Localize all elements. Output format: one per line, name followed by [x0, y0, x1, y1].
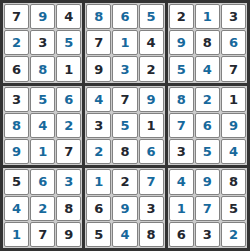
- cell-r6c8[interactable]: 5: [195, 139, 220, 164]
- cell-r6c9[interactable]: 4: [221, 139, 246, 164]
- cell-r6c4[interactable]: 2: [86, 139, 111, 164]
- cell-r8c1[interactable]: 4: [4, 196, 29, 221]
- cell-r9c7[interactable]: 6: [169, 222, 194, 247]
- cell-r5c9[interactable]: 9: [221, 113, 246, 138]
- cell-r5c8[interactable]: 6: [195, 113, 220, 138]
- cell-r6c3[interactable]: 7: [56, 139, 81, 164]
- sudoku-box-1: 794235681: [3, 3, 82, 83]
- cell-r1c4[interactable]: 8: [86, 4, 111, 29]
- cell-r8c5[interactable]: 9: [112, 196, 137, 221]
- cell-r8c6[interactable]: 3: [139, 196, 164, 221]
- cell-r8c2[interactable]: 2: [30, 196, 55, 221]
- cell-r2c3[interactable]: 5: [56, 30, 81, 55]
- cell-r1c7[interactable]: 2: [169, 4, 194, 29]
- cell-r6c2[interactable]: 1: [30, 139, 55, 164]
- cell-r7c9[interactable]: 8: [221, 169, 246, 194]
- cell-r5c7[interactable]: 7: [169, 113, 194, 138]
- cell-r4c6[interactable]: 9: [139, 87, 164, 112]
- cell-r9c6[interactable]: 8: [139, 222, 164, 247]
- cell-r4c9[interactable]: 1: [221, 87, 246, 112]
- cell-r9c8[interactable]: 3: [195, 222, 220, 247]
- sudoku-box-7: 563428179: [3, 168, 82, 248]
- cell-r8c3[interactable]: 8: [56, 196, 81, 221]
- cell-r9c1[interactable]: 1: [4, 222, 29, 247]
- cell-r4c8[interactable]: 2: [195, 87, 220, 112]
- cell-r9c9[interactable]: 2: [221, 222, 246, 247]
- cell-r2c4[interactable]: 7: [86, 30, 111, 55]
- cell-r8c7[interactable]: 1: [169, 196, 194, 221]
- sudoku-box-5: 479351286: [85, 86, 164, 166]
- cell-r2c9[interactable]: 6: [221, 30, 246, 55]
- cell-r6c7[interactable]: 3: [169, 139, 194, 164]
- cell-r3c5[interactable]: 3: [112, 56, 137, 81]
- cell-r2c1[interactable]: 2: [4, 30, 29, 55]
- cell-r5c5[interactable]: 5: [112, 113, 137, 138]
- cell-r5c3[interactable]: 2: [56, 113, 81, 138]
- cell-r3c7[interactable]: 5: [169, 56, 194, 81]
- cell-r2c7[interactable]: 9: [169, 30, 194, 55]
- cell-r9c4[interactable]: 5: [86, 222, 111, 247]
- cell-r9c3[interactable]: 9: [56, 222, 81, 247]
- cell-r7c3[interactable]: 3: [56, 169, 81, 194]
- cell-r2c2[interactable]: 3: [30, 30, 55, 55]
- cell-r3c2[interactable]: 8: [30, 56, 55, 81]
- cell-r1c9[interactable]: 3: [221, 4, 246, 29]
- cell-r9c2[interactable]: 7: [30, 222, 55, 247]
- sudoku-box-9: 498175632: [168, 168, 247, 248]
- cell-r3c4[interactable]: 9: [86, 56, 111, 81]
- cell-r3c9[interactable]: 7: [221, 56, 246, 81]
- cell-r1c5[interactable]: 6: [112, 4, 137, 29]
- cell-r5c6[interactable]: 1: [139, 113, 164, 138]
- sudoku-box-4: 356842917: [3, 86, 82, 166]
- cell-r7c2[interactable]: 6: [30, 169, 55, 194]
- cell-r3c3[interactable]: 1: [56, 56, 81, 81]
- cell-r7c1[interactable]: 5: [4, 169, 29, 194]
- sudoku-box-2: 865714932: [85, 3, 164, 83]
- cell-r7c4[interactable]: 1: [86, 169, 111, 194]
- cell-r1c1[interactable]: 7: [4, 4, 29, 29]
- cell-r6c1[interactable]: 9: [4, 139, 29, 164]
- cell-r4c2[interactable]: 5: [30, 87, 55, 112]
- cell-r7c8[interactable]: 9: [195, 169, 220, 194]
- cell-r6c5[interactable]: 8: [112, 139, 137, 164]
- cell-r2c6[interactable]: 4: [139, 30, 164, 55]
- cell-r8c9[interactable]: 5: [221, 196, 246, 221]
- cell-r7c5[interactable]: 2: [112, 169, 137, 194]
- cell-r4c7[interactable]: 8: [169, 87, 194, 112]
- cell-r9c5[interactable]: 4: [112, 222, 137, 247]
- cell-r2c5[interactable]: 1: [112, 30, 137, 55]
- cell-r1c8[interactable]: 1: [195, 4, 220, 29]
- cell-r1c2[interactable]: 9: [30, 4, 55, 29]
- cell-r1c6[interactable]: 5: [139, 4, 164, 29]
- cell-r4c5[interactable]: 7: [112, 87, 137, 112]
- sudoku-box-6: 821769354: [168, 86, 247, 166]
- cell-r4c3[interactable]: 6: [56, 87, 81, 112]
- sudoku-board: 7942356818657149322139865473568429174793…: [0, 0, 250, 251]
- cell-r4c4[interactable]: 4: [86, 87, 111, 112]
- cell-r7c7[interactable]: 4: [169, 169, 194, 194]
- cell-r5c1[interactable]: 8: [4, 113, 29, 138]
- sudoku-box-3: 213986547: [168, 3, 247, 83]
- cell-r8c8[interactable]: 7: [195, 196, 220, 221]
- cell-r3c8[interactable]: 4: [195, 56, 220, 81]
- cell-r8c4[interactable]: 6: [86, 196, 111, 221]
- cell-r1c3[interactable]: 4: [56, 4, 81, 29]
- cell-r2c8[interactable]: 8: [195, 30, 220, 55]
- sudoku-box-8: 127693548: [85, 168, 164, 248]
- cell-r3c6[interactable]: 2: [139, 56, 164, 81]
- cell-r6c6[interactable]: 6: [139, 139, 164, 164]
- cell-r5c2[interactable]: 4: [30, 113, 55, 138]
- cell-r3c1[interactable]: 6: [4, 56, 29, 81]
- cell-r7c6[interactable]: 7: [139, 169, 164, 194]
- cell-r5c4[interactable]: 3: [86, 113, 111, 138]
- cell-r4c1[interactable]: 3: [4, 87, 29, 112]
